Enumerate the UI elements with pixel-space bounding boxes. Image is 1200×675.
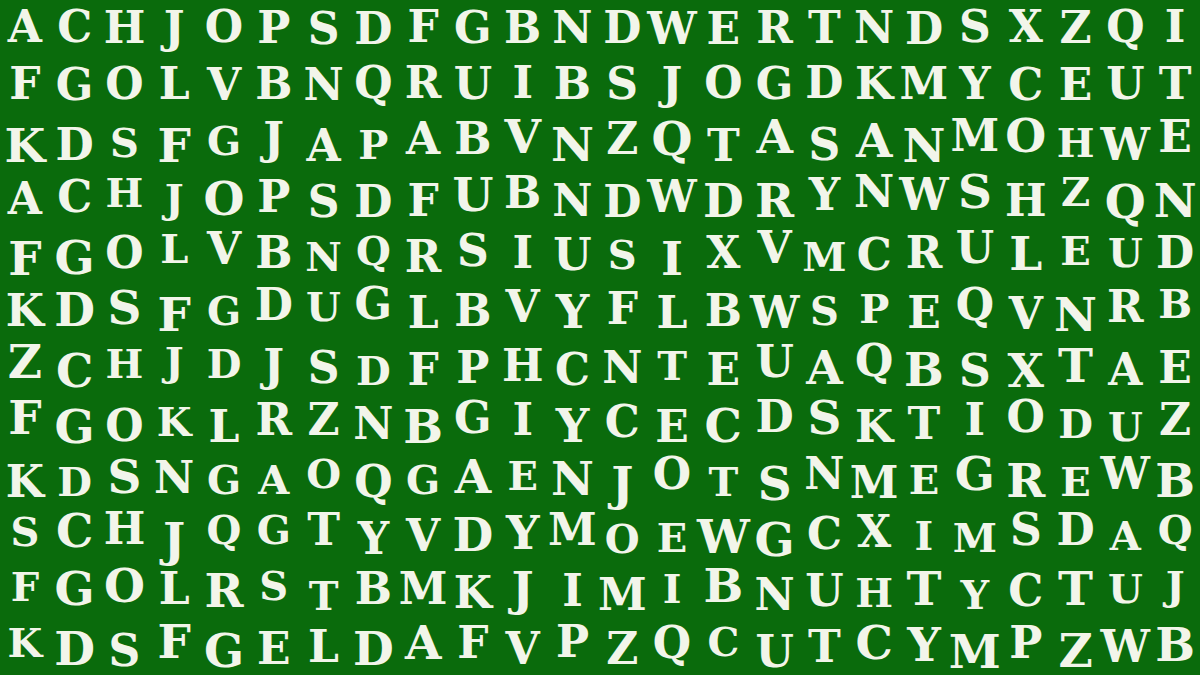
- letter-cell[interactable]: S: [597, 56, 647, 112]
- letter-cell[interactable]: I: [1150, 0, 1200, 55]
- letter-cell[interactable]: W: [647, 169, 697, 225]
- letter-cell[interactable]: N: [299, 57, 349, 113]
- letter-cell[interactable]: P: [1001, 615, 1051, 671]
- letter-cell[interactable]: T: [899, 561, 949, 617]
- letter-cell[interactable]: Y: [949, 56, 1001, 112]
- letter-cell[interactable]: D: [800, 55, 850, 111]
- letter-cell[interactable]: A: [800, 339, 850, 395]
- letter-cell[interactable]: J: [149, 0, 199, 56]
- letter-cell[interactable]: T: [1051, 338, 1101, 394]
- letter-cell[interactable]: F: [0, 390, 50, 446]
- letter-cell[interactable]: D: [697, 172, 750, 228]
- letter-cell[interactable]: P: [249, 0, 299, 56]
- letter-cell[interactable]: L: [647, 285, 697, 341]
- letter-cell[interactable]: Q: [348, 55, 398, 111]
- letter-cell[interactable]: H: [100, 501, 150, 557]
- letter-cell[interactable]: K: [0, 615, 50, 671]
- letter-cell[interactable]: S: [448, 223, 498, 279]
- letter-cell[interactable]: R: [199, 563, 249, 619]
- letter-cell[interactable]: I: [498, 55, 548, 111]
- letter-cell[interactable]: U: [448, 57, 498, 113]
- letter-cell[interactable]: S: [100, 279, 150, 335]
- letter-cell[interactable]: M: [849, 455, 899, 511]
- letter-cell[interactable]: C: [800, 506, 850, 562]
- letter-cell[interactable]: P: [548, 613, 598, 669]
- letter-cell[interactable]: Q: [647, 111, 697, 167]
- letter-cell[interactable]: J: [249, 338, 299, 394]
- letter-cell[interactable]: Q: [849, 332, 899, 388]
- letter-cell[interactable]: D: [1150, 225, 1200, 281]
- letter-cell[interactable]: D: [1051, 503, 1101, 559]
- letter-cell[interactable]: J: [149, 334, 199, 390]
- letter-cell[interactable]: K: [0, 283, 50, 339]
- letter-cell[interactable]: R: [249, 392, 299, 448]
- letter-cell[interactable]: D: [597, 174, 647, 230]
- letter-cell[interactable]: K: [448, 564, 498, 620]
- letter-cell[interactable]: S: [949, 0, 1001, 55]
- letter-cell[interactable]: L: [149, 57, 199, 113]
- letter-cell[interactable]: T: [697, 454, 750, 510]
- letter-cell[interactable]: C: [50, 503, 100, 559]
- letter-cell[interactable]: U: [1100, 56, 1150, 112]
- letter-cell[interactable]: B: [249, 56, 299, 112]
- letter-cell[interactable]: D: [199, 336, 249, 392]
- letter-cell[interactable]: V: [498, 109, 548, 165]
- letter-cell[interactable]: O: [647, 446, 697, 502]
- letter-cell[interactable]: F: [0, 56, 50, 112]
- letter-cell[interactable]: Z: [1051, 0, 1101, 56]
- letter-cell[interactable]: Z: [1051, 163, 1101, 219]
- letter-cell[interactable]: B: [498, 165, 548, 221]
- letter-cell[interactable]: J: [149, 171, 199, 227]
- letter-cell[interactable]: N: [849, 0, 899, 56]
- letter-cell[interactable]: G: [199, 283, 249, 339]
- letter-cell[interactable]: U: [949, 220, 1001, 276]
- letter-cell[interactable]: G: [50, 229, 100, 285]
- letter-cell[interactable]: N: [149, 450, 199, 506]
- letter-cell[interactable]: B: [1150, 617, 1200, 673]
- letter-cell[interactable]: G: [50, 561, 100, 617]
- letter-cell[interactable]: J: [149, 512, 199, 568]
- letter-cell[interactable]: R: [1001, 452, 1051, 508]
- letter-cell[interactable]: S: [800, 283, 850, 339]
- letter-cell[interactable]: C: [1001, 57, 1051, 113]
- letter-cell[interactable]: W: [647, 1, 697, 57]
- letter-cell[interactable]: V: [1001, 287, 1051, 343]
- letter-cell[interactable]: I: [548, 563, 598, 619]
- letter-cell[interactable]: G: [249, 503, 299, 559]
- letter-cell[interactable]: N: [750, 566, 800, 622]
- letter-cell[interactable]: L: [199, 399, 249, 455]
- letter-cell[interactable]: T: [299, 568, 349, 624]
- letter-cell[interactable]: S: [299, 1, 349, 57]
- letter-cell[interactable]: J: [597, 455, 647, 511]
- letter-cell[interactable]: B: [398, 399, 448, 455]
- letter-cell[interactable]: G: [50, 57, 100, 113]
- letter-cell[interactable]: N: [548, 116, 598, 172]
- letter-cell[interactable]: Q: [949, 278, 1001, 334]
- letter-cell[interactable]: C: [849, 227, 899, 283]
- letter-cell[interactable]: I: [949, 392, 1001, 448]
- letter-cell[interactable]: X: [697, 225, 750, 281]
- letter-cell[interactable]: G: [199, 452, 249, 508]
- letter-cell[interactable]: F: [597, 281, 647, 337]
- letter-cell[interactable]: F: [0, 559, 50, 615]
- letter-cell[interactable]: G: [199, 622, 249, 675]
- letter-cell[interactable]: I: [899, 508, 949, 564]
- letter-cell[interactable]: C: [50, 169, 100, 225]
- letter-cell[interactable]: O: [100, 56, 150, 112]
- letter-cell[interactable]: M: [548, 503, 598, 559]
- letter-cell[interactable]: S: [0, 504, 50, 560]
- letter-cell[interactable]: D: [899, 1, 949, 57]
- letter-cell[interactable]: K: [849, 399, 899, 455]
- letter-cell[interactable]: U: [548, 227, 598, 283]
- letter-cell[interactable]: M: [949, 624, 1001, 675]
- letter-cell[interactable]: C: [1001, 563, 1051, 619]
- letter-cell[interactable]: R: [899, 225, 949, 281]
- letter-cell[interactable]: D: [448, 506, 498, 562]
- letter-cell[interactable]: H: [1051, 114, 1101, 170]
- letter-cell[interactable]: E: [1051, 57, 1101, 113]
- letter-cell[interactable]: V: [750, 220, 800, 276]
- letter-cell[interactable]: A: [398, 111, 448, 167]
- letter-cell[interactable]: Y: [548, 397, 598, 453]
- letter-cell[interactable]: Q: [348, 223, 398, 279]
- letter-cell[interactable]: N: [1150, 172, 1200, 228]
- letter-cell[interactable]: H: [1001, 172, 1051, 228]
- letter-cell[interactable]: O: [100, 225, 150, 281]
- letter-cell[interactable]: S: [1001, 503, 1051, 559]
- letter-cell[interactable]: E: [899, 452, 949, 508]
- letter-cell[interactable]: G: [750, 512, 800, 568]
- letter-cell[interactable]: B: [899, 341, 949, 397]
- letter-cell[interactable]: B: [548, 56, 598, 112]
- letter-cell[interactable]: O: [199, 171, 249, 227]
- letter-cell[interactable]: S: [299, 174, 349, 230]
- letter-cell[interactable]: U: [1100, 561, 1150, 617]
- letter-cell[interactable]: G: [750, 56, 800, 112]
- letter-cell[interactable]: Z: [597, 111, 647, 167]
- letter-cell[interactable]: N: [899, 118, 949, 174]
- letter-cell[interactable]: R: [750, 0, 800, 56]
- letter-cell[interactable]: B: [249, 225, 299, 281]
- letter-cell[interactable]: C: [50, 343, 100, 399]
- letter-cell[interactable]: F: [398, 341, 448, 397]
- letter-cell[interactable]: E: [498, 448, 548, 504]
- letter-cell[interactable]: Y: [498, 504, 548, 560]
- letter-cell[interactable]: E: [1051, 454, 1101, 510]
- letter-cell[interactable]: O: [100, 397, 150, 453]
- letter-cell[interactable]: T: [647, 338, 697, 394]
- letter-cell[interactable]: A: [398, 615, 448, 671]
- letter-cell[interactable]: J: [249, 111, 299, 167]
- letter-cell[interactable]: B: [448, 283, 498, 339]
- letter-cell[interactable]: V: [199, 221, 249, 277]
- letter-cell[interactable]: C: [697, 613, 750, 669]
- letter-cell[interactable]: D: [50, 454, 100, 510]
- letter-cell[interactable]: K: [849, 57, 899, 113]
- letter-cell[interactable]: V: [398, 508, 448, 564]
- letter-cell[interactable]: O: [1001, 107, 1051, 163]
- letter-cell[interactable]: N: [1051, 287, 1101, 343]
- letter-cell[interactable]: Y: [800, 167, 850, 223]
- letter-cell[interactable]: T: [800, 0, 850, 56]
- letter-cell[interactable]: I: [498, 225, 548, 281]
- letter-cell[interactable]: T: [800, 619, 850, 675]
- letter-cell[interactable]: O: [697, 55, 750, 111]
- letter-cell[interactable]: K: [149, 394, 199, 450]
- letter-cell[interactable]: S: [800, 116, 850, 172]
- letter-cell[interactable]: C: [597, 394, 647, 450]
- letter-cell[interactable]: Q: [1100, 174, 1150, 230]
- letter-cell[interactable]: L: [299, 619, 349, 675]
- letter-cell[interactable]: M: [949, 510, 1001, 566]
- letter-cell[interactable]: V: [199, 57, 249, 113]
- letter-cell[interactable]: W: [1100, 619, 1150, 675]
- letter-cell[interactable]: Q: [1100, 0, 1150, 55]
- letter-cell[interactable]: U: [448, 167, 498, 223]
- letter-cell[interactable]: O: [199, 0, 249, 55]
- letter-cell[interactable]: T: [697, 118, 750, 174]
- letter-cell[interactable]: N: [800, 446, 850, 502]
- letter-cell[interactable]: M: [899, 57, 949, 113]
- letter-cell[interactable]: I: [647, 230, 697, 286]
- letter-cell[interactable]: T: [1051, 561, 1101, 617]
- letter-cell[interactable]: W: [697, 508, 750, 564]
- letter-cell[interactable]: A: [849, 113, 899, 169]
- letter-cell[interactable]: I: [647, 561, 697, 617]
- letter-cell[interactable]: X: [849, 504, 899, 560]
- letter-cell[interactable]: S: [249, 557, 299, 613]
- letter-cell[interactable]: B: [1150, 276, 1200, 332]
- letter-cell[interactable]: C: [50, 0, 100, 55]
- letter-cell[interactable]: X: [1001, 0, 1051, 55]
- letter-cell[interactable]: F: [149, 118, 199, 174]
- letter-cell[interactable]: V: [498, 279, 548, 335]
- letter-cell[interactable]: D: [597, 0, 647, 56]
- letter-cell[interactable]: M: [398, 561, 448, 617]
- letter-cell[interactable]: H: [100, 165, 150, 221]
- letter-cell[interactable]: S: [299, 339, 349, 395]
- letter-cell[interactable]: P: [348, 116, 398, 172]
- letter-cell[interactable]: L: [398, 285, 448, 341]
- letter-cell[interactable]: C: [697, 397, 750, 453]
- letter-cell[interactable]: Z: [0, 334, 50, 390]
- letter-cell[interactable]: B: [1150, 452, 1200, 508]
- letter-cell[interactable]: L: [1001, 225, 1051, 281]
- letter-cell[interactable]: J: [1150, 557, 1200, 613]
- letter-cell[interactable]: S: [949, 343, 1001, 399]
- letter-cell[interactable]: A: [299, 118, 349, 174]
- letter-cell[interactable]: R: [398, 229, 448, 285]
- letter-cell[interactable]: D: [249, 278, 299, 334]
- letter-cell[interactable]: Y: [348, 512, 398, 568]
- letter-cell[interactable]: E: [899, 285, 949, 341]
- letter-cell[interactable]: D: [1051, 396, 1101, 452]
- letter-cell[interactable]: A: [1100, 508, 1150, 564]
- letter-cell[interactable]: Q: [348, 454, 398, 510]
- letter-cell[interactable]: N: [348, 396, 398, 452]
- letter-cell[interactable]: E: [697, 1, 750, 57]
- letter-cell[interactable]: E: [1150, 339, 1200, 395]
- letter-cell[interactable]: C: [548, 341, 598, 397]
- letter-cell[interactable]: S: [100, 114, 150, 170]
- letter-cell[interactable]: U: [750, 624, 800, 675]
- letter-cell[interactable]: Z: [1051, 622, 1101, 675]
- letter-cell[interactable]: A: [0, 0, 50, 55]
- letter-cell[interactable]: O: [597, 512, 647, 568]
- letter-cell[interactable]: B: [348, 561, 398, 617]
- letter-cell[interactable]: N: [548, 172, 598, 228]
- letter-cell[interactable]: J: [498, 561, 548, 617]
- letter-cell[interactable]: W: [1100, 446, 1150, 502]
- letter-cell[interactable]: D: [348, 343, 398, 399]
- letter-cell[interactable]: N: [299, 229, 349, 285]
- letter-cell[interactable]: E: [249, 621, 299, 675]
- letter-cell[interactable]: G: [949, 445, 1001, 501]
- letter-cell[interactable]: V: [498, 621, 548, 675]
- letter-cell[interactable]: J: [647, 56, 697, 112]
- letter-cell[interactable]: N: [849, 163, 899, 219]
- letter-cell[interactable]: H: [849, 564, 899, 620]
- letter-cell[interactable]: K: [0, 454, 50, 510]
- letter-cell[interactable]: W: [1100, 116, 1150, 172]
- letter-cell[interactable]: M: [949, 107, 1001, 163]
- letter-cell[interactable]: S: [750, 455, 800, 511]
- letter-cell[interactable]: U: [1100, 225, 1150, 281]
- letter-cell[interactable]: H: [100, 336, 150, 392]
- letter-cell[interactable]: D: [348, 621, 398, 675]
- letter-cell[interactable]: D: [50, 621, 100, 675]
- letter-cell[interactable]: A: [0, 171, 50, 227]
- letter-cell[interactable]: F: [149, 613, 199, 669]
- letter-cell[interactable]: N: [548, 450, 598, 506]
- letter-cell[interactable]: H: [100, 0, 150, 56]
- letter-cell[interactable]: W: [750, 285, 800, 341]
- letter-cell[interactable]: Z: [299, 392, 349, 448]
- letter-cell[interactable]: M: [800, 229, 850, 285]
- letter-cell[interactable]: N: [597, 339, 647, 395]
- letter-cell[interactable]: G: [199, 113, 249, 169]
- letter-cell[interactable]: L: [149, 561, 199, 617]
- letter-cell[interactable]: A: [448, 448, 498, 504]
- letter-cell[interactable]: O: [1001, 388, 1051, 444]
- letter-cell[interactable]: T: [299, 503, 349, 559]
- letter-cell[interactable]: A: [1100, 341, 1150, 397]
- letter-cell[interactable]: B: [697, 283, 750, 339]
- letter-cell[interactable]: C: [849, 615, 899, 671]
- letter-cell[interactable]: I: [498, 392, 548, 448]
- letter-cell[interactable]: R: [1100, 279, 1150, 335]
- letter-cell[interactable]: E: [1150, 109, 1200, 165]
- letter-cell[interactable]: D: [348, 1, 398, 57]
- letter-cell[interactable]: Q: [647, 615, 697, 671]
- letter-cell[interactable]: M: [597, 566, 647, 622]
- letter-cell[interactable]: U: [299, 279, 349, 335]
- letter-cell[interactable]: Q: [1150, 503, 1200, 559]
- letter-cell[interactable]: R: [398, 55, 448, 111]
- letter-cell[interactable]: N: [548, 0, 598, 56]
- letter-cell[interactable]: G: [50, 399, 100, 455]
- letter-cell[interactable]: Y: [548, 283, 598, 339]
- letter-cell[interactable]: D: [348, 174, 398, 230]
- letter-cell[interactable]: P: [849, 281, 899, 337]
- letter-cell[interactable]: S: [800, 390, 850, 446]
- letter-cell[interactable]: T: [1150, 56, 1200, 112]
- letter-cell[interactable]: G: [448, 0, 498, 56]
- letter-cell[interactable]: L: [149, 221, 199, 277]
- letter-cell[interactable]: E: [697, 341, 750, 397]
- letter-cell[interactable]: F: [448, 615, 498, 671]
- word-search-grid: ACHJOPSDFGBNDWERTNDSXZQIFGOLVBNQRUIBSJOG…: [0, 0, 1200, 675]
- letter-cell[interactable]: D: [750, 388, 800, 444]
- letter-cell[interactable]: A: [249, 452, 299, 508]
- letter-cell[interactable]: G: [398, 452, 448, 508]
- letter-cell[interactable]: Z: [597, 621, 647, 675]
- letter-cell[interactable]: S: [949, 163, 1001, 219]
- letter-cell[interactable]: Y: [949, 566, 1001, 622]
- letter-cell[interactable]: S: [597, 227, 647, 283]
- letter-cell[interactable]: U: [800, 563, 850, 619]
- letter-cell[interactable]: B: [448, 111, 498, 167]
- letter-cell[interactable]: Y: [899, 617, 949, 673]
- letter-cell[interactable]: G: [348, 276, 398, 332]
- letter-cell[interactable]: P: [448, 339, 498, 395]
- letter-cell[interactable]: F: [398, 172, 448, 228]
- letter-cell[interactable]: B: [697, 557, 750, 613]
- letter-cell[interactable]: Q: [199, 503, 249, 559]
- letter-cell[interactable]: W: [899, 167, 949, 223]
- letter-cell[interactable]: H: [498, 338, 548, 394]
- letter-cell[interactable]: S: [100, 448, 150, 504]
- letter-cell[interactable]: O: [299, 446, 349, 502]
- letter-cell[interactable]: Z: [1150, 392, 1200, 448]
- letter-cell[interactable]: S: [100, 622, 150, 675]
- letter-cell[interactable]: B: [498, 0, 548, 56]
- letter-cell[interactable]: T: [899, 396, 949, 452]
- letter-cell[interactable]: G: [448, 390, 498, 446]
- letter-cell[interactable]: O: [100, 557, 150, 613]
- letter-cell[interactable]: D: [50, 116, 100, 172]
- letter-cell[interactable]: U: [750, 334, 800, 390]
- letter-cell[interactable]: E: [647, 510, 697, 566]
- letter-cell[interactable]: A: [750, 109, 800, 165]
- letter-cell[interactable]: P: [249, 169, 299, 225]
- letter-cell[interactable]: K: [0, 118, 50, 174]
- letter-cell[interactable]: F: [398, 0, 448, 55]
- letter-cell[interactable]: D: [50, 281, 100, 337]
- letter-cell[interactable]: F: [0, 230, 50, 286]
- letter-cell[interactable]: E: [1051, 223, 1101, 279]
